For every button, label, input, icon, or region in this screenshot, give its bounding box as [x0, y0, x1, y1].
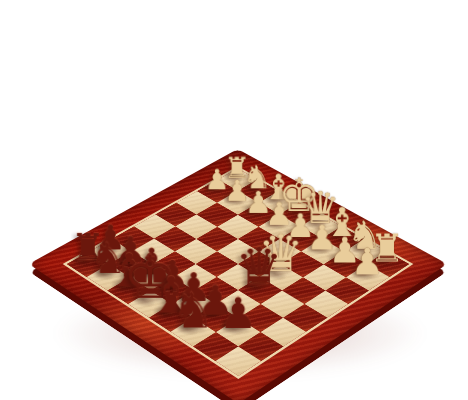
piece-red-knight: ♞: [171, 286, 215, 335]
piece-red-pawn: ♟: [219, 293, 257, 335]
perspective-scene: ♜♞♝♚♛♝♞♜♟♟♟♟♟♟♟♟♛♛♟♟♟♟♟♟♟♜♞♝♚♝♞: [0, 0, 468, 400]
chess-board: ♜♞♝♚♛♝♞♜♟♟♟♟♟♟♟♟♛♛♟♟♟♟♟♟♟♜♞♝♚♝♞: [29, 149, 448, 400]
piece-red-queen: ♛: [236, 241, 284, 294]
piece-white-pawn: ♟: [351, 244, 384, 281]
board-playing-area: ♜♞♝♚♛♝♞♜♟♟♟♟♟♟♟♟♛♛♟♟♟♟♟♟♟♜♞♝♚♝♞: [63, 166, 414, 379]
board-photo: ♜♞♝♚♛♝♞♜♟♟♟♟♟♟♟♟♛♛♟♟♟♟♟♟♟♜♞♝♚♝♞: [0, 0, 468, 400]
